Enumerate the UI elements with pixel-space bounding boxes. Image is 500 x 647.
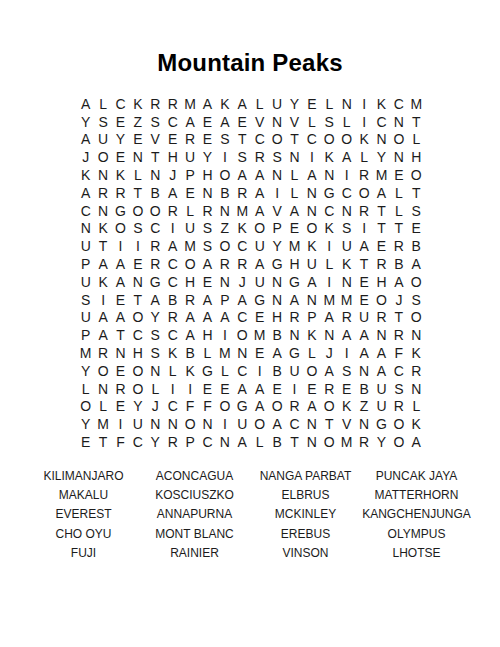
grid-cell[interactable]: E xyxy=(390,166,407,184)
grid-cell[interactable]: A xyxy=(373,344,390,362)
grid-cell[interactable]: U xyxy=(251,273,268,291)
grid-cell[interactable]: N xyxy=(147,362,164,380)
grid-cell[interactable]: N xyxy=(355,415,372,433)
grid-cell[interactable]: I xyxy=(216,415,233,433)
grid-cell[interactable]: O xyxy=(181,255,198,273)
grid-cell[interactable]: R xyxy=(286,398,303,416)
grid-cell[interactable]: O xyxy=(321,433,338,451)
grid-cell[interactable]: O xyxy=(303,362,320,380)
grid-cell[interactable]: T xyxy=(408,113,425,131)
grid-cell[interactable]: A xyxy=(390,273,407,291)
grid-cell[interactable]: I xyxy=(355,220,372,238)
grid-cell[interactable]: B xyxy=(268,362,285,380)
grid-cell[interactable]: E xyxy=(199,113,216,131)
grid-cell[interactable]: I xyxy=(321,273,338,291)
grid-cell[interactable]: U xyxy=(94,131,111,149)
grid-cell[interactable]: A xyxy=(251,184,268,202)
grid-cell[interactable]: R xyxy=(164,309,181,327)
grid-cell[interactable]: Y xyxy=(77,113,94,131)
grid-cell[interactable]: R xyxy=(390,326,407,344)
grid-cell[interactable]: N xyxy=(303,291,320,309)
grid-cell[interactable]: N xyxy=(338,273,355,291)
grid-cell[interactable]: O xyxy=(129,309,146,327)
grid-cell[interactable]: N xyxy=(268,273,285,291)
grid-cell[interactable]: O xyxy=(268,398,285,416)
grid-cell[interactable]: N xyxy=(303,433,320,451)
grid-cell[interactable]: R xyxy=(147,237,164,255)
grid-cell[interactable]: P xyxy=(303,309,320,327)
grid-cell[interactable]: K xyxy=(338,398,355,416)
grid-cell[interactable]: L xyxy=(181,202,198,220)
grid-cell[interactable]: O xyxy=(112,220,129,238)
grid-cell[interactable]: A xyxy=(268,344,285,362)
grid-cell[interactable]: Z xyxy=(355,398,372,416)
grid-cell[interactable]: S xyxy=(338,220,355,238)
grid-cell[interactable]: I xyxy=(216,148,233,166)
grid-cell[interactable]: A xyxy=(234,95,251,113)
grid-cell[interactable]: P xyxy=(268,220,285,238)
grid-cell[interactable]: R xyxy=(181,291,198,309)
grid-cell[interactable]: K xyxy=(112,166,129,184)
grid-cell[interactable]: H xyxy=(129,344,146,362)
grid-cell[interactable]: N xyxy=(94,380,111,398)
grid-cell[interactable]: T xyxy=(321,415,338,433)
grid-cell[interactable]: H xyxy=(164,148,181,166)
grid-cell[interactable]: A xyxy=(338,326,355,344)
grid-cell[interactable]: E xyxy=(112,398,129,416)
grid-cell[interactable]: B xyxy=(216,184,233,202)
grid-cell[interactable]: O xyxy=(216,237,233,255)
grid-cell[interactable]: Y xyxy=(199,148,216,166)
grid-cell[interactable]: B xyxy=(268,433,285,451)
grid-cell[interactable]: Z xyxy=(216,220,233,238)
grid-cell[interactable]: R xyxy=(94,344,111,362)
grid-cell[interactable]: V xyxy=(251,113,268,131)
grid-cell[interactable]: R xyxy=(112,380,129,398)
grid-cell[interactable]: C xyxy=(303,131,320,149)
grid-cell[interactable]: T xyxy=(112,326,129,344)
grid-cell[interactable]: B xyxy=(181,344,198,362)
grid-cell[interactable]: P xyxy=(181,433,198,451)
grid-cell[interactable]: C xyxy=(321,202,338,220)
grid-cell[interactable]: O xyxy=(390,415,407,433)
grid-cell[interactable]: A xyxy=(199,95,216,113)
grid-cell[interactable]: E xyxy=(251,309,268,327)
grid-cell[interactable]: S xyxy=(147,113,164,131)
grid-cell[interactable]: A xyxy=(303,273,320,291)
grid-cell[interactable]: O xyxy=(234,326,251,344)
grid-cell[interactable]: R xyxy=(112,184,129,202)
grid-cell[interactable]: A xyxy=(181,326,198,344)
grid-cell[interactable]: K xyxy=(303,237,320,255)
grid-cell[interactable]: O xyxy=(303,220,320,238)
grid-cell[interactable]: N xyxy=(129,273,146,291)
grid-cell[interactable]: S xyxy=(408,291,425,309)
grid-cell[interactable]: S xyxy=(129,220,146,238)
grid-cell[interactable]: R xyxy=(373,309,390,327)
grid-cell[interactable]: E xyxy=(355,273,372,291)
grid-cell[interactable]: L xyxy=(338,113,355,131)
grid-cell[interactable]: L xyxy=(286,184,303,202)
grid-cell[interactable]: K xyxy=(164,344,181,362)
grid-cell[interactable]: M xyxy=(181,95,198,113)
grid-cell[interactable]: J xyxy=(321,344,338,362)
grid-cell[interactable]: B xyxy=(390,255,407,273)
grid-cell[interactable]: O xyxy=(321,398,338,416)
grid-cell[interactable]: C xyxy=(164,273,181,291)
grid-cell[interactable]: A xyxy=(321,362,338,380)
grid-cell[interactable]: O xyxy=(390,433,407,451)
grid-cell[interactable]: O xyxy=(181,415,198,433)
grid-cell[interactable]: S xyxy=(390,380,407,398)
grid-cell[interactable]: K xyxy=(408,344,425,362)
grid-cell[interactable]: I xyxy=(338,166,355,184)
grid-cell[interactable]: N xyxy=(216,202,233,220)
grid-cell[interactable]: L xyxy=(408,131,425,149)
grid-cell[interactable]: G xyxy=(373,415,390,433)
grid-cell[interactable]: T xyxy=(390,220,407,238)
grid-cell[interactable]: L xyxy=(199,344,216,362)
grid-cell[interactable]: N xyxy=(303,415,320,433)
grid-cell[interactable]: A xyxy=(77,95,94,113)
grid-cell[interactable]: S xyxy=(147,326,164,344)
grid-cell[interactable]: M xyxy=(373,166,390,184)
grid-cell[interactable]: U xyxy=(181,148,198,166)
grid-cell[interactable]: C xyxy=(234,309,251,327)
grid-cell[interactable]: K xyxy=(234,220,251,238)
grid-cell[interactable]: E xyxy=(338,380,355,398)
grid-cell[interactable]: E xyxy=(373,237,390,255)
grid-cell[interactable]: Y xyxy=(268,237,285,255)
grid-cell[interactable]: U xyxy=(129,415,146,433)
grid-cell[interactable]: U xyxy=(355,309,372,327)
grid-cell[interactable]: E xyxy=(268,380,285,398)
grid-cell[interactable]: I xyxy=(268,184,285,202)
grid-cell[interactable]: A xyxy=(164,237,181,255)
grid-cell[interactable]: U xyxy=(234,415,251,433)
grid-cell[interactable]: K xyxy=(373,95,390,113)
grid-cell[interactable]: T xyxy=(408,184,425,202)
grid-cell[interactable]: O xyxy=(251,415,268,433)
grid-cell[interactable]: U xyxy=(373,398,390,416)
grid-cell[interactable]: N xyxy=(94,166,111,184)
grid-cell[interactable]: O xyxy=(373,291,390,309)
grid-cell[interactable]: F xyxy=(199,398,216,416)
grid-cell[interactable]: R xyxy=(390,398,407,416)
grid-cell[interactable]: S xyxy=(199,237,216,255)
grid-cell[interactable]: C xyxy=(112,95,129,113)
grid-cell[interactable]: R xyxy=(355,202,372,220)
grid-cell[interactable]: E xyxy=(181,184,198,202)
grid-cell[interactable]: C xyxy=(199,433,216,451)
grid-cell[interactable]: E xyxy=(303,95,320,113)
grid-cell[interactable]: I xyxy=(112,415,129,433)
grid-cell[interactable]: I xyxy=(94,291,111,309)
grid-cell[interactable]: P xyxy=(216,291,233,309)
grid-cell[interactable]: E xyxy=(164,131,181,149)
grid-cell[interactable]: I xyxy=(303,148,320,166)
grid-cell[interactable]: N xyxy=(303,202,320,220)
grid-cell[interactable]: K xyxy=(216,95,233,113)
grid-cell[interactable]: A xyxy=(112,273,129,291)
grid-cell[interactable]: M xyxy=(251,326,268,344)
grid-cell[interactable]: L xyxy=(355,148,372,166)
grid-cell[interactable]: E xyxy=(129,255,146,273)
grid-cell[interactable]: J xyxy=(164,166,181,184)
grid-cell[interactable]: A xyxy=(408,255,425,273)
grid-cell[interactable]: O xyxy=(390,131,407,149)
grid-cell[interactable]: C xyxy=(373,113,390,131)
grid-cell[interactable]: K xyxy=(94,273,111,291)
grid-cell[interactable]: E xyxy=(216,380,233,398)
grid-cell[interactable]: I xyxy=(338,344,355,362)
grid-cell[interactable]: C xyxy=(164,398,181,416)
grid-cell[interactable]: C xyxy=(147,220,164,238)
grid-cell[interactable]: S xyxy=(147,344,164,362)
grid-cell[interactable]: C xyxy=(164,113,181,131)
grid-cell[interactable]: N xyxy=(216,273,233,291)
grid-cell[interactable]: B xyxy=(268,326,285,344)
grid-cell[interactable]: O xyxy=(355,184,372,202)
grid-cell[interactable]: L xyxy=(147,380,164,398)
grid-cell[interactable]: A xyxy=(373,362,390,380)
grid-cell[interactable]: Z xyxy=(129,113,146,131)
grid-cell[interactable]: N xyxy=(321,326,338,344)
grid-cell[interactable]: G xyxy=(286,344,303,362)
grid-cell[interactable]: L xyxy=(390,202,407,220)
grid-cell[interactable]: C xyxy=(234,237,251,255)
grid-cell[interactable]: M xyxy=(94,415,111,433)
grid-cell[interactable]: N xyxy=(268,113,285,131)
grid-cell[interactable]: U xyxy=(268,95,285,113)
grid-cell[interactable]: N xyxy=(268,166,285,184)
grid-cell[interactable]: B xyxy=(355,380,372,398)
grid-cell[interactable]: L xyxy=(251,95,268,113)
grid-cell[interactable]: B xyxy=(408,237,425,255)
grid-cell[interactable]: R xyxy=(147,95,164,113)
grid-cell[interactable]: V xyxy=(147,131,164,149)
grid-cell[interactable]: E xyxy=(408,220,425,238)
grid-cell[interactable]: A xyxy=(199,255,216,273)
grid-cell[interactable]: L xyxy=(408,398,425,416)
grid-cell[interactable]: U xyxy=(373,380,390,398)
grid-cell[interactable]: J xyxy=(234,273,251,291)
grid-cell[interactable]: J xyxy=(77,148,94,166)
grid-cell[interactable]: C xyxy=(338,184,355,202)
grid-cell[interactable]: R xyxy=(164,95,181,113)
grid-cell[interactable]: A xyxy=(251,398,268,416)
grid-cell[interactable]: I xyxy=(286,380,303,398)
grid-cell[interactable]: N xyxy=(286,326,303,344)
grid-cell[interactable]: N xyxy=(268,291,285,309)
grid-cell[interactable]: R xyxy=(355,433,372,451)
grid-cell[interactable]: K xyxy=(181,362,198,380)
grid-cell[interactable]: V xyxy=(338,415,355,433)
grid-cell[interactable]: F xyxy=(181,398,198,416)
grid-cell[interactable]: H xyxy=(268,309,285,327)
grid-cell[interactable]: A xyxy=(355,344,372,362)
grid-cell[interactable]: N xyxy=(373,131,390,149)
grid-cell[interactable]: O xyxy=(408,273,425,291)
grid-cell[interactable]: T xyxy=(390,309,407,327)
grid-cell[interactable]: Y xyxy=(286,95,303,113)
grid-cell[interactable]: Y xyxy=(112,131,129,149)
grid-cell[interactable]: I xyxy=(164,380,181,398)
grid-cell[interactable]: L xyxy=(216,362,233,380)
grid-cell[interactable]: O xyxy=(216,398,233,416)
grid-cell[interactable]: N xyxy=(390,148,407,166)
grid-cell[interactable]: A xyxy=(181,113,198,131)
grid-cell[interactable]: E xyxy=(234,113,251,131)
grid-cell[interactable]: N xyxy=(234,344,251,362)
grid-cell[interactable]: A xyxy=(94,255,111,273)
grid-cell[interactable]: A xyxy=(303,398,320,416)
grid-cell[interactable]: P xyxy=(77,255,94,273)
grid-cell[interactable]: U xyxy=(77,309,94,327)
grid-cell[interactable]: K xyxy=(338,255,355,273)
grid-cell[interactable]: R xyxy=(390,237,407,255)
grid-cell[interactable]: L xyxy=(129,166,146,184)
grid-cell[interactable]: M xyxy=(286,237,303,255)
grid-cell[interactable]: T xyxy=(373,220,390,238)
grid-cell[interactable]: I xyxy=(181,380,198,398)
grid-cell[interactable]: E xyxy=(355,291,372,309)
grid-cell[interactable]: L xyxy=(321,255,338,273)
grid-cell[interactable]: A xyxy=(286,291,303,309)
grid-cell[interactable]: K xyxy=(408,415,425,433)
grid-cell[interactable]: I xyxy=(112,237,129,255)
grid-cell[interactable]: K xyxy=(321,148,338,166)
grid-cell[interactable]: H xyxy=(373,273,390,291)
grid-cell[interactable]: L xyxy=(94,95,111,113)
grid-cell[interactable]: N xyxy=(199,184,216,202)
grid-cell[interactable]: N xyxy=(408,326,425,344)
grid-cell[interactable]: K xyxy=(355,131,372,149)
grid-cell[interactable]: E xyxy=(112,362,129,380)
grid-cell[interactable]: N xyxy=(216,433,233,451)
grid-cell[interactable]: G xyxy=(268,255,285,273)
grid-cell[interactable]: M xyxy=(338,291,355,309)
grid-cell[interactable]: U xyxy=(286,362,303,380)
grid-cell[interactable]: O xyxy=(408,166,425,184)
grid-cell[interactable]: A xyxy=(268,415,285,433)
grid-cell[interactable]: A xyxy=(321,309,338,327)
grid-cell[interactable]: M xyxy=(77,344,94,362)
grid-cell[interactable]: L xyxy=(303,113,320,131)
grid-cell[interactable]: L xyxy=(94,398,111,416)
grid-cell[interactable]: T xyxy=(234,131,251,149)
grid-cell[interactable]: I xyxy=(251,362,268,380)
grid-cell[interactable]: C xyxy=(164,255,181,273)
grid-cell[interactable]: H xyxy=(199,166,216,184)
grid-cell[interactable]: A xyxy=(77,131,94,149)
grid-cell[interactable]: N xyxy=(147,415,164,433)
grid-cell[interactable]: K xyxy=(303,326,320,344)
grid-cell[interactable]: O xyxy=(268,131,285,149)
grid-cell[interactable]: A xyxy=(408,433,425,451)
grid-cell[interactable]: E xyxy=(77,433,94,451)
grid-cell[interactable]: O xyxy=(94,148,111,166)
grid-cell[interactable]: U xyxy=(251,237,268,255)
grid-cell[interactable]: A xyxy=(234,380,251,398)
grid-cell[interactable]: O xyxy=(251,220,268,238)
grid-cell[interactable]: R xyxy=(408,362,425,380)
grid-cell[interactable]: T xyxy=(94,237,111,255)
grid-cell[interactable]: A xyxy=(251,255,268,273)
grid-cell[interactable]: Y xyxy=(147,309,164,327)
grid-cell[interactable]: O xyxy=(338,131,355,149)
grid-cell[interactable]: Y xyxy=(129,398,146,416)
grid-cell[interactable]: J xyxy=(390,291,407,309)
grid-cell[interactable]: F xyxy=(390,344,407,362)
grid-cell[interactable]: B xyxy=(147,184,164,202)
grid-cell[interactable]: C xyxy=(129,433,146,451)
grid-cell[interactable]: S xyxy=(199,220,216,238)
grid-cell[interactable]: A xyxy=(112,309,129,327)
grid-cell[interactable]: T xyxy=(129,184,146,202)
grid-cell[interactable]: R xyxy=(181,131,198,149)
grid-cell[interactable]: E xyxy=(199,273,216,291)
grid-cell[interactable]: T xyxy=(129,291,146,309)
grid-cell[interactable]: U xyxy=(181,220,198,238)
grid-cell[interactable]: T xyxy=(286,131,303,149)
grid-cell[interactable]: R xyxy=(216,255,233,273)
grid-cell[interactable]: B xyxy=(164,291,181,309)
grid-cell[interactable]: N xyxy=(373,326,390,344)
grid-cell[interactable]: C xyxy=(390,362,407,380)
grid-cell[interactable]: E xyxy=(199,380,216,398)
grid-cell[interactable]: N xyxy=(286,148,303,166)
grid-cell[interactable]: J xyxy=(147,398,164,416)
grid-cell[interactable]: S xyxy=(268,148,285,166)
grid-cell[interactable]: R xyxy=(355,166,372,184)
grid-cell[interactable]: H xyxy=(408,148,425,166)
grid-cell[interactable]: O xyxy=(129,202,146,220)
grid-cell[interactable]: A xyxy=(286,202,303,220)
grid-cell[interactable]: M xyxy=(181,237,198,255)
grid-cell[interactable]: M xyxy=(338,433,355,451)
grid-cell[interactable]: R xyxy=(234,184,251,202)
grid-cell[interactable]: M xyxy=(234,202,251,220)
grid-cell[interactable]: N xyxy=(147,166,164,184)
grid-cell[interactable]: R xyxy=(373,255,390,273)
grid-cell[interactable]: M xyxy=(216,344,233,362)
grid-cell[interactable]: N xyxy=(338,202,355,220)
grid-cell[interactable]: R xyxy=(234,255,251,273)
grid-cell[interactable]: A xyxy=(216,309,233,327)
grid-cell[interactable]: S xyxy=(216,131,233,149)
grid-cell[interactable]: A xyxy=(303,166,320,184)
grid-cell[interactable]: A xyxy=(338,148,355,166)
grid-cell[interactable]: L xyxy=(303,344,320,362)
grid-cell[interactable]: L xyxy=(164,362,181,380)
grid-cell[interactable]: L xyxy=(390,184,407,202)
grid-cell[interactable]: Y xyxy=(147,433,164,451)
grid-cell[interactable]: E xyxy=(251,344,268,362)
grid-cell[interactable]: S xyxy=(234,148,251,166)
grid-cell[interactable]: A xyxy=(164,184,181,202)
grid-cell[interactable]: G xyxy=(251,291,268,309)
grid-cell[interactable]: S xyxy=(77,291,94,309)
grid-cell[interactable]: O xyxy=(321,131,338,149)
grid-cell[interactable]: K xyxy=(321,220,338,238)
grid-cell[interactable]: O xyxy=(408,309,425,327)
grid-cell[interactable]: V xyxy=(286,113,303,131)
grid-cell[interactable]: N xyxy=(164,415,181,433)
grid-cell[interactable]: T xyxy=(373,202,390,220)
grid-cell[interactable]: E xyxy=(112,291,129,309)
grid-cell[interactable]: A xyxy=(251,166,268,184)
